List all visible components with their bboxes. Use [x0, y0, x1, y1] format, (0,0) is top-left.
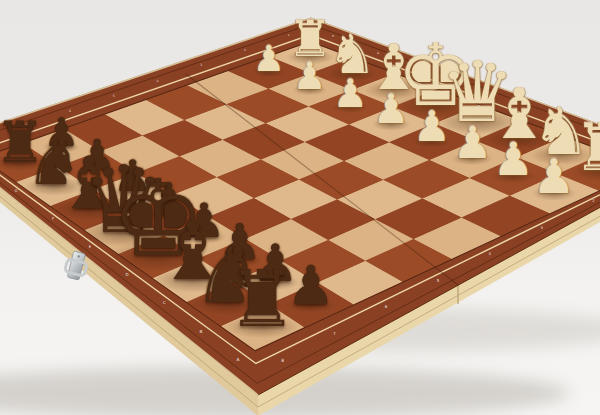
rank-label-8-right-border: 8 [281, 358, 284, 363]
piece-white-pawn-c2[interactable]: ♟ [453, 121, 493, 165]
file-label-c-near-border: C [163, 300, 166, 305]
rank-label-2-right-border: 2 [592, 199, 594, 203]
rank-label-4-left-border: 4 [156, 79, 158, 83]
piece-white-rook-a1[interactable]: ♜ [573, 115, 600, 181]
piece-white-pawn-d2[interactable]: ♟ [413, 106, 451, 148]
piece-black-rook-a8[interactable]: ♜ [227, 261, 297, 339]
rank-label-5-left-border: 5 [113, 94, 115, 98]
piece-white-pawn-f2[interactable]: ♟ [333, 74, 368, 113]
rank-label-7-right-border: 7 [333, 331, 336, 336]
piece-white-pawn-e2[interactable]: ♟ [373, 90, 410, 131]
piece-white-pawn-h2[interactable]: ♟ [253, 42, 285, 78]
file-label-g-near-border: G [15, 189, 18, 193]
piece-white-pawn-a2[interactable]: ♟ [533, 153, 576, 201]
rank-label-3-left-border: 3 [200, 63, 202, 67]
piece-white-pawn-b2[interactable]: ♟ [493, 137, 534, 183]
rank-label-2-left-border: 2 [244, 48, 246, 52]
piece-white-pawn-g2[interactable]: ♟ [293, 58, 327, 96]
file-label-f-near-border: F [52, 217, 54, 221]
chess-set-photo: AABBCCDDEEFFGGHH1122334455667788 ♜♟♞♟♝♚♟… [0, 0, 600, 415]
file-label-b-near-border: B [200, 329, 203, 334]
rank-label-6-right-border: 6 [385, 304, 388, 309]
file-label-a-near-border: A [237, 357, 240, 362]
rank-label-5-right-border: 5 [437, 278, 440, 283]
